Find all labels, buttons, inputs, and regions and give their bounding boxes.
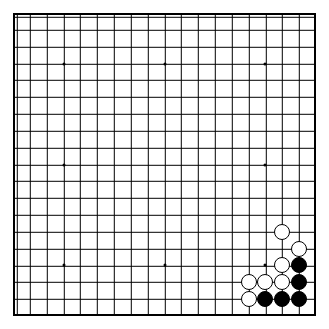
board-intersection[interactable] [139, 89, 156, 106]
board-intersection[interactable] [55, 240, 72, 257]
board-intersection[interactable] [190, 207, 207, 224]
board-intersection[interactable] [190, 139, 207, 156]
board-intersection[interactable] [39, 72, 56, 89]
board-intersection[interactable] [223, 55, 240, 72]
board-intersection[interactable] [139, 106, 156, 123]
board-intersection[interactable] [223, 274, 240, 291]
board-intersection[interactable] [207, 291, 224, 308]
board-intersection[interactable] [223, 123, 240, 140]
board-intersection[interactable] [72, 240, 89, 257]
board-intersection[interactable] [5, 190, 22, 207]
board-intersection[interactable] [139, 307, 156, 324]
board-intersection[interactable] [173, 307, 190, 324]
board-intersection[interactable] [89, 207, 106, 224]
board-intersection[interactable] [89, 274, 106, 291]
board-intersection[interactable] [39, 123, 56, 140]
board-intersection[interactable] [106, 106, 123, 123]
board-intersection[interactable] [156, 55, 173, 72]
board-intersection[interactable] [123, 274, 140, 291]
board-intersection[interactable] [72, 274, 89, 291]
board-intersection[interactable] [291, 139, 308, 156]
board-intersection[interactable] [291, 173, 308, 190]
board-intersection[interactable] [39, 223, 56, 240]
board-intersection[interactable] [22, 173, 39, 190]
board-intersection[interactable] [207, 307, 224, 324]
board-intersection[interactable] [274, 307, 291, 324]
board-intersection[interactable] [39, 307, 56, 324]
board-intersection[interactable] [307, 257, 324, 274]
board-intersection[interactable] [72, 89, 89, 106]
board-intersection[interactable] [139, 156, 156, 173]
board-intersection[interactable] [274, 207, 291, 224]
board-intersection[interactable] [55, 291, 72, 308]
board-intersection[interactable]: ○ [274, 223, 291, 240]
board-intersection[interactable] [106, 307, 123, 324]
board-intersection[interactable] [89, 240, 106, 257]
board-intersection[interactable] [207, 274, 224, 291]
board-intersection[interactable] [257, 156, 274, 173]
board-intersection[interactable] [5, 257, 22, 274]
board-intersection[interactable] [139, 139, 156, 156]
board-intersection[interactable] [5, 240, 22, 257]
board-intersection[interactable] [190, 223, 207, 240]
board-intersection[interactable] [207, 106, 224, 123]
board-intersection[interactable] [240, 139, 257, 156]
board-intersection[interactable] [5, 207, 22, 224]
board-intersection[interactable] [55, 190, 72, 207]
board-intersection[interactable] [173, 39, 190, 56]
board-intersection[interactable] [257, 55, 274, 72]
board-intersection[interactable] [106, 5, 123, 22]
board-intersection[interactable] [173, 55, 190, 72]
board-intersection[interactable] [72, 123, 89, 140]
board-intersection[interactable] [257, 307, 274, 324]
board-intersection[interactable] [55, 139, 72, 156]
board-intersection[interactable] [190, 291, 207, 308]
board-intersection[interactable] [291, 72, 308, 89]
board-intersection[interactable] [274, 123, 291, 140]
board-intersection[interactable] [123, 39, 140, 56]
board-intersection[interactable] [257, 173, 274, 190]
board-intersection[interactable] [39, 190, 56, 207]
board-intersection[interactable] [307, 156, 324, 173]
board-intersection[interactable] [89, 173, 106, 190]
board-intersection[interactable] [156, 257, 173, 274]
board-intersection[interactable] [55, 156, 72, 173]
board-intersection[interactable] [156, 307, 173, 324]
board-intersection[interactable] [223, 173, 240, 190]
board-intersection[interactable] [240, 156, 257, 173]
board-intersection[interactable] [72, 139, 89, 156]
board-intersection[interactable] [307, 39, 324, 56]
board-intersection[interactable] [5, 22, 22, 39]
board-intersection[interactable] [5, 39, 22, 56]
board-intersection[interactable] [274, 190, 291, 207]
board-intersection[interactable] [240, 39, 257, 56]
board-intersection[interactable] [291, 55, 308, 72]
board-intersection[interactable] [139, 291, 156, 308]
board-intersection[interactable] [5, 307, 22, 324]
board-intersection[interactable] [39, 274, 56, 291]
board-intersection[interactable] [89, 106, 106, 123]
board-intersection[interactable] [307, 274, 324, 291]
board-intersection[interactable] [223, 190, 240, 207]
board-intersection[interactable] [22, 39, 39, 56]
board-intersection[interactable] [139, 173, 156, 190]
board-intersection[interactable] [223, 207, 240, 224]
board-intersection[interactable] [123, 173, 140, 190]
board-intersection[interactable] [106, 291, 123, 308]
board-intersection[interactable]: ● [257, 291, 274, 308]
board-intersection[interactable] [173, 274, 190, 291]
board-intersection[interactable] [173, 5, 190, 22]
board-intersection[interactable] [173, 291, 190, 308]
board-intersection[interactable] [123, 223, 140, 240]
board-intersection[interactable] [257, 72, 274, 89]
board-intersection[interactable] [139, 55, 156, 72]
board-intersection[interactable] [22, 123, 39, 140]
board-intersection[interactable] [156, 89, 173, 106]
board-intersection[interactable] [156, 5, 173, 22]
board-intersection[interactable] [173, 173, 190, 190]
board-intersection[interactable] [291, 39, 308, 56]
board-intersection[interactable] [5, 223, 22, 240]
board-intersection[interactable] [274, 240, 291, 257]
board-intersection[interactable] [240, 207, 257, 224]
board-intersection[interactable] [223, 72, 240, 89]
board-intersection[interactable] [156, 223, 173, 240]
board-intersection[interactable] [106, 274, 123, 291]
board-intersection[interactable] [106, 257, 123, 274]
board-intersection[interactable] [106, 139, 123, 156]
board-intersection[interactable] [190, 55, 207, 72]
board-intersection[interactable] [72, 257, 89, 274]
board-intersection[interactable]: ○ [274, 257, 291, 274]
board-intersection[interactable] [106, 72, 123, 89]
board-intersection[interactable] [55, 307, 72, 324]
board-intersection[interactable] [240, 307, 257, 324]
board-intersection[interactable] [307, 106, 324, 123]
board-intersection[interactable] [291, 89, 308, 106]
board-intersection[interactable] [89, 223, 106, 240]
board-intersection[interactable] [223, 39, 240, 56]
board-intersection[interactable] [307, 291, 324, 308]
board-intersection[interactable] [123, 106, 140, 123]
board-intersection[interactable] [89, 190, 106, 207]
board-intersection[interactable] [55, 89, 72, 106]
board-intersection[interactable] [39, 106, 56, 123]
board-intersection[interactable] [39, 257, 56, 274]
board-intersection[interactable] [223, 291, 240, 308]
board-intersection[interactable] [307, 72, 324, 89]
board-intersection[interactable] [5, 55, 22, 72]
board-intersection[interactable] [72, 55, 89, 72]
board-intersection[interactable] [190, 39, 207, 56]
board-intersection[interactable]: ○ [274, 274, 291, 291]
board-intersection[interactable] [106, 190, 123, 207]
board-intersection[interactable] [190, 190, 207, 207]
board-intersection[interactable] [307, 240, 324, 257]
board-intersection[interactable] [22, 89, 39, 106]
board-intersection[interactable] [5, 5, 22, 22]
board-intersection[interactable] [89, 307, 106, 324]
board-intersection[interactable] [207, 39, 224, 56]
board-intersection[interactable] [5, 123, 22, 140]
board-intersection[interactable] [223, 257, 240, 274]
board-intersection[interactable] [123, 72, 140, 89]
board-intersection[interactable] [156, 106, 173, 123]
board-intersection[interactable] [156, 39, 173, 56]
board-intersection[interactable] [106, 123, 123, 140]
board-intersection[interactable] [39, 89, 56, 106]
board-intersection[interactable] [156, 207, 173, 224]
board-intersection[interactable] [139, 207, 156, 224]
board-intersection[interactable] [123, 139, 140, 156]
board-intersection[interactable] [5, 173, 22, 190]
board-intersection[interactable] [307, 190, 324, 207]
board-intersection[interactable] [257, 5, 274, 22]
board-intersection[interactable]: ● [291, 291, 308, 308]
board-intersection[interactable] [72, 156, 89, 173]
board-intersection[interactable] [291, 5, 308, 22]
board-intersection[interactable] [55, 207, 72, 224]
board-intersection[interactable] [139, 39, 156, 56]
board-intersection[interactable] [240, 240, 257, 257]
board-intersection[interactable] [5, 291, 22, 308]
board-intersection[interactable] [123, 156, 140, 173]
board-intersection[interactable] [274, 22, 291, 39]
board-intersection[interactable] [123, 89, 140, 106]
board-intersection[interactable] [274, 5, 291, 22]
board-intersection[interactable] [257, 240, 274, 257]
board-intersection[interactable] [139, 240, 156, 257]
board-intersection[interactable] [22, 307, 39, 324]
board-intersection[interactable] [223, 223, 240, 240]
board-intersection[interactable] [5, 89, 22, 106]
board-intersection[interactable] [72, 22, 89, 39]
board-intersection[interactable] [55, 39, 72, 56]
board-intersection[interactable] [5, 139, 22, 156]
board-intersection[interactable] [39, 291, 56, 308]
board-intersection[interactable] [72, 307, 89, 324]
board-intersection[interactable] [106, 173, 123, 190]
board-intersection[interactable] [123, 240, 140, 257]
board-intersection[interactable] [223, 156, 240, 173]
board-intersection[interactable] [156, 156, 173, 173]
board-intersection[interactable] [22, 106, 39, 123]
board-intersection[interactable] [72, 5, 89, 22]
board-intersection[interactable] [173, 156, 190, 173]
board-intersection[interactable] [274, 89, 291, 106]
board-intersection[interactable] [307, 223, 324, 240]
board-intersection[interactable] [55, 22, 72, 39]
board-intersection[interactable] [274, 156, 291, 173]
board-intersection[interactable] [22, 240, 39, 257]
board-intersection[interactable] [307, 307, 324, 324]
board-intersection[interactable] [291, 156, 308, 173]
board-intersection[interactable] [139, 72, 156, 89]
board-intersection[interactable] [106, 207, 123, 224]
board-intersection[interactable] [22, 190, 39, 207]
board-intersection[interactable] [274, 39, 291, 56]
board-intersection[interactable] [240, 5, 257, 22]
board-intersection[interactable] [123, 307, 140, 324]
board-intersection[interactable] [123, 22, 140, 39]
board-intersection[interactable] [89, 257, 106, 274]
board-intersection[interactable] [106, 22, 123, 39]
board-intersection[interactable] [123, 123, 140, 140]
board-intersection[interactable] [173, 106, 190, 123]
board-intersection[interactable] [5, 274, 22, 291]
board-intersection[interactable] [207, 173, 224, 190]
board-intersection[interactable] [173, 22, 190, 39]
board-intersection[interactable] [22, 291, 39, 308]
board-intersection[interactable] [156, 190, 173, 207]
board-intersection[interactable] [240, 72, 257, 89]
board-intersection[interactable] [207, 190, 224, 207]
board-intersection[interactable] [223, 89, 240, 106]
board-intersection[interactable] [257, 39, 274, 56]
board-intersection[interactable] [156, 274, 173, 291]
board-intersection[interactable] [55, 123, 72, 140]
board-intersection[interactable] [307, 139, 324, 156]
board-intersection[interactable] [22, 72, 39, 89]
board-intersection[interactable] [240, 257, 257, 274]
board-intersection[interactable] [257, 190, 274, 207]
board-intersection[interactable] [291, 123, 308, 140]
board-intersection[interactable] [274, 139, 291, 156]
board-intersection[interactable] [39, 173, 56, 190]
board-intersection[interactable] [156, 72, 173, 89]
board-intersection[interactable] [72, 223, 89, 240]
board-intersection[interactable] [89, 22, 106, 39]
board-intersection[interactable] [207, 207, 224, 224]
board-intersection[interactable] [173, 139, 190, 156]
board-intersection[interactable]: ● [274, 291, 291, 308]
board-intersection[interactable] [72, 106, 89, 123]
board-intersection[interactable] [72, 207, 89, 224]
board-intersection[interactable] [123, 190, 140, 207]
board-intersection[interactable] [22, 257, 39, 274]
board-intersection[interactable] [190, 22, 207, 39]
board-intersection[interactable] [223, 240, 240, 257]
board-intersection[interactable] [240, 173, 257, 190]
board-intersection[interactable]: ○ [257, 274, 274, 291]
board-intersection[interactable] [190, 307, 207, 324]
board-intersection[interactable] [156, 123, 173, 140]
board-intersection[interactable] [257, 207, 274, 224]
board-intersection[interactable] [274, 72, 291, 89]
board-intersection[interactable] [5, 156, 22, 173]
board-intersection[interactable] [190, 123, 207, 140]
board-intersection[interactable] [207, 223, 224, 240]
board-intersection[interactable] [240, 223, 257, 240]
board-intersection[interactable] [207, 55, 224, 72]
board-intersection[interactable] [190, 240, 207, 257]
board-intersection[interactable] [173, 223, 190, 240]
board-intersection[interactable] [139, 22, 156, 39]
board-intersection[interactable] [223, 307, 240, 324]
board-intersection[interactable] [123, 55, 140, 72]
board-intersection[interactable] [223, 5, 240, 22]
board-intersection[interactable] [72, 72, 89, 89]
board-intersection[interactable] [240, 106, 257, 123]
board-intersection[interactable] [240, 55, 257, 72]
board-intersection[interactable] [106, 223, 123, 240]
board-intersection[interactable] [173, 257, 190, 274]
board-intersection[interactable] [190, 5, 207, 22]
board-intersection[interactable] [123, 207, 140, 224]
board-intersection[interactable] [156, 139, 173, 156]
board-intersection[interactable] [274, 106, 291, 123]
board-intersection[interactable] [139, 5, 156, 22]
board-intersection[interactable] [207, 22, 224, 39]
board-intersection[interactable] [207, 123, 224, 140]
board-intersection[interactable] [72, 173, 89, 190]
board-intersection[interactable] [139, 257, 156, 274]
board-intersection[interactable] [106, 89, 123, 106]
board-intersection[interactable] [257, 89, 274, 106]
board-intersection[interactable] [240, 89, 257, 106]
board-intersection[interactable] [22, 274, 39, 291]
board-intersection[interactable] [123, 5, 140, 22]
board-intersection[interactable] [22, 139, 39, 156]
board-intersection[interactable] [22, 223, 39, 240]
board-intersection[interactable] [139, 190, 156, 207]
board-intersection[interactable] [89, 139, 106, 156]
board-intersection[interactable] [173, 72, 190, 89]
board-intersection[interactable] [123, 257, 140, 274]
board-intersection[interactable] [39, 5, 56, 22]
board-intersection[interactable] [207, 72, 224, 89]
board-intersection[interactable] [139, 274, 156, 291]
board-intersection[interactable] [106, 55, 123, 72]
board-intersection[interactable] [22, 5, 39, 22]
board-intersection[interactable]: ○ [240, 274, 257, 291]
board-intersection[interactable] [5, 106, 22, 123]
board-intersection[interactable] [257, 123, 274, 140]
board-intersection[interactable] [291, 106, 308, 123]
board-intersection[interactable] [207, 5, 224, 22]
board-intersection[interactable] [307, 22, 324, 39]
board-intersection[interactable] [173, 190, 190, 207]
board-intersection[interactable] [207, 240, 224, 257]
board-intersection[interactable] [156, 22, 173, 39]
board-intersection[interactable] [223, 22, 240, 39]
board-intersection[interactable]: ● [291, 257, 308, 274]
board-intersection[interactable] [173, 207, 190, 224]
board-intersection[interactable] [173, 89, 190, 106]
board-intersection[interactable] [307, 89, 324, 106]
board-intersection[interactable] [190, 89, 207, 106]
board-intersection[interactable] [207, 139, 224, 156]
board-intersection[interactable] [291, 307, 308, 324]
board-intersection[interactable] [173, 123, 190, 140]
board-intersection[interactable] [72, 291, 89, 308]
board-intersection[interactable] [291, 207, 308, 224]
board-intersection[interactable] [22, 55, 39, 72]
board-intersection[interactable] [106, 240, 123, 257]
board-intersection[interactable] [89, 39, 106, 56]
board-intersection[interactable] [22, 156, 39, 173]
board-intersection[interactable] [223, 106, 240, 123]
board-intersection[interactable] [307, 55, 324, 72]
board-intersection[interactable] [190, 257, 207, 274]
board-intersection[interactable] [190, 106, 207, 123]
board-intersection[interactable] [55, 223, 72, 240]
board-intersection[interactable] [39, 139, 56, 156]
board-intersection[interactable] [207, 156, 224, 173]
